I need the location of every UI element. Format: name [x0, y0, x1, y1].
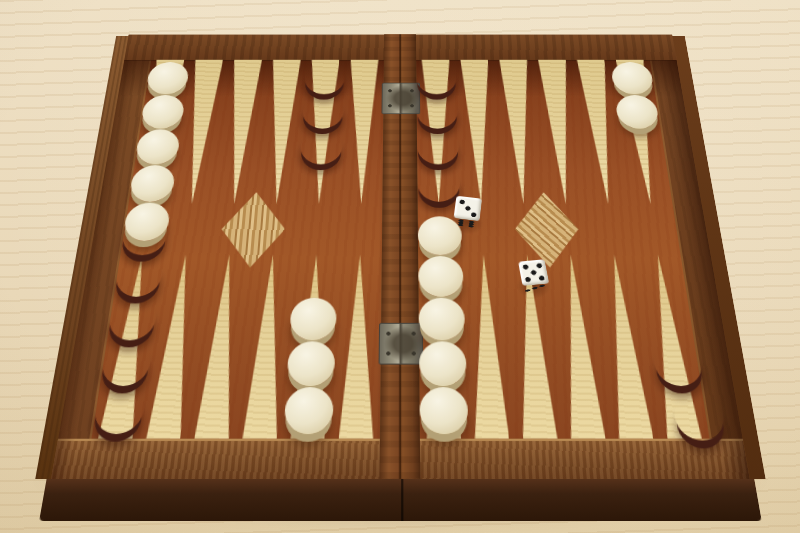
brown-checker-point12[interactable] — [113, 256, 164, 297]
brown-checker-point12[interactable] — [99, 341, 153, 386]
white-checker-point6[interactable] — [418, 256, 464, 297]
white-checker-point6[interactable] — [418, 298, 465, 341]
die-2-showing-5[interactable] — [516, 266, 547, 292]
white-checker-point6[interactable] — [419, 341, 467, 386]
brown-checker-point1[interactable] — [672, 393, 728, 440]
die-top-face — [518, 259, 549, 286]
brown-checker-point12[interactable] — [106, 298, 158, 341]
white-checker-point8[interactable] — [284, 387, 334, 434]
photo-scene — [0, 0, 800, 533]
white-checker-point8[interactable] — [286, 341, 335, 386]
brown-checker-point1[interactable] — [652, 341, 706, 386]
white-checker-point8[interactable] — [289, 298, 337, 341]
backgammon-board — [28, 35, 774, 521]
white-checker-point6[interactable] — [419, 387, 468, 434]
checkers-layer — [27, 34, 774, 521]
brown-checker-point12[interactable] — [91, 387, 146, 434]
